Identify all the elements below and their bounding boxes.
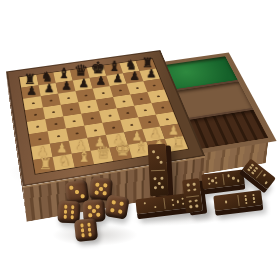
pip bbox=[225, 201, 228, 204]
standing-domino bbox=[148, 144, 169, 197]
pip bbox=[251, 171, 254, 174]
pip bbox=[160, 176, 163, 179]
pip bbox=[81, 234, 85, 238]
pip bbox=[156, 155, 159, 158]
product-photo: ♜♞♝♛♚♝♞♜♟♟♟♟♟♟♟♟♟♟♟♟♟♟♟♟♜♞♝♛♚♝♞♜ bbox=[0, 0, 280, 280]
pip bbox=[143, 202, 146, 205]
pip bbox=[87, 223, 91, 227]
pip bbox=[190, 206, 193, 209]
pip bbox=[80, 223, 84, 227]
pip bbox=[263, 174, 266, 177]
pip bbox=[96, 205, 100, 209]
pip bbox=[154, 206, 157, 209]
pip bbox=[88, 205, 92, 209]
pip bbox=[112, 200, 116, 204]
pip bbox=[95, 183, 99, 187]
pip bbox=[99, 187, 103, 191]
pip bbox=[103, 183, 107, 187]
pip bbox=[193, 183, 196, 186]
pip bbox=[80, 194, 84, 198]
pip bbox=[88, 228, 92, 232]
pip bbox=[64, 210, 68, 214]
pip bbox=[245, 198, 248, 201]
pip bbox=[177, 200, 180, 203]
domino-tile bbox=[182, 178, 203, 213]
pip bbox=[154, 177, 157, 180]
pip bbox=[103, 191, 107, 195]
pip bbox=[152, 150, 155, 153]
pip bbox=[207, 177, 210, 180]
pip bbox=[187, 183, 190, 186]
pip bbox=[264, 181, 267, 184]
pip bbox=[172, 204, 175, 207]
pip bbox=[70, 216, 74, 220]
foreground-props bbox=[0, 0, 280, 280]
wooden-die bbox=[74, 218, 98, 242]
pip bbox=[71, 205, 75, 209]
pip bbox=[80, 228, 84, 232]
pip bbox=[120, 202, 124, 206]
pip bbox=[92, 209, 96, 213]
pip bbox=[161, 186, 164, 189]
pip bbox=[157, 181, 160, 184]
pip bbox=[96, 213, 100, 217]
pip bbox=[118, 210, 122, 214]
pip bbox=[171, 198, 174, 201]
pip bbox=[154, 186, 157, 189]
pip bbox=[195, 205, 198, 208]
pip bbox=[110, 208, 114, 212]
pip bbox=[71, 210, 75, 214]
pip bbox=[208, 182, 211, 185]
pip bbox=[215, 176, 218, 179]
pip bbox=[193, 188, 196, 191]
pip bbox=[88, 213, 92, 217]
wooden-die bbox=[104, 194, 129, 219]
pip bbox=[64, 205, 68, 209]
pip bbox=[232, 177, 235, 180]
pip bbox=[75, 190, 79, 194]
pip bbox=[237, 179, 240, 182]
pip bbox=[247, 168, 250, 171]
domino-tile bbox=[213, 190, 262, 211]
pip bbox=[215, 182, 218, 185]
pip bbox=[88, 233, 92, 237]
domino-tile bbox=[201, 169, 245, 189]
pip bbox=[189, 200, 192, 203]
domino-tile bbox=[242, 159, 276, 190]
pip bbox=[244, 195, 247, 198]
pip bbox=[188, 189, 191, 192]
pip bbox=[227, 174, 230, 177]
pip bbox=[245, 202, 248, 205]
pip bbox=[70, 186, 74, 190]
pip bbox=[252, 197, 255, 200]
pip bbox=[160, 161, 163, 164]
pip bbox=[195, 199, 198, 202]
pip bbox=[253, 201, 256, 204]
pip bbox=[63, 215, 67, 219]
pip bbox=[211, 179, 214, 182]
pip bbox=[95, 191, 99, 195]
pip bbox=[252, 194, 255, 197]
